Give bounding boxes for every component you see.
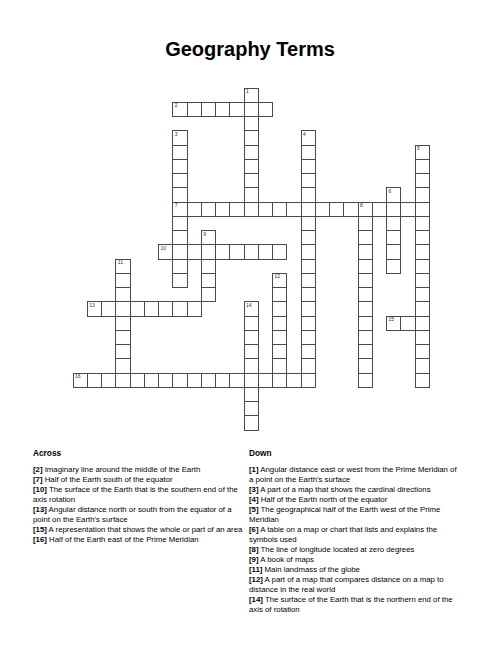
grid-cell-r15c6[interactable]	[158, 301, 173, 316]
grid-cell-r11c8[interactable]	[187, 244, 202, 259]
grid-cell-r11c24[interactable]	[415, 244, 430, 259]
grid-cell-r6c12[interactable]	[244, 173, 259, 188]
cell-number-3: 3	[175, 132, 178, 138]
grid-cell-r9c7[interactable]	[172, 216, 187, 231]
grid-cell-r20c3[interactable]	[115, 373, 130, 388]
grid-cell-r18c3[interactable]	[115, 344, 130, 359]
grid-cell-r9c24[interactable]	[415, 216, 430, 231]
grid-cell-r8c12[interactable]	[244, 202, 259, 217]
cell-number-2: 2	[175, 103, 178, 109]
clue-number: [5]	[249, 505, 259, 514]
grid-cell-r15c3[interactable]	[115, 301, 130, 316]
grid-cell-r3c12[interactable]	[244, 130, 259, 145]
grid-cell-r20c13[interactable]	[258, 373, 273, 388]
grid-cell-r11c16[interactable]	[301, 244, 316, 259]
grid-cell-r8c15[interactable]	[286, 202, 301, 217]
grid-cell-r12c7[interactable]	[172, 259, 187, 274]
grid-cell-r15c16[interactable]	[301, 301, 316, 316]
grid-cell-r6c7[interactable]	[172, 173, 187, 188]
cell-number-4: 4	[303, 132, 306, 138]
grid-cell-r23c12[interactable]	[244, 415, 259, 430]
grid-cell-r18c24[interactable]	[415, 344, 430, 359]
grid-cell-r8c22[interactable]	[386, 202, 401, 217]
clue-number: [6]	[249, 525, 259, 534]
clue-down-6: [6] A table on a map or chart that lists…	[249, 525, 481, 545]
grid-cell-r11c7[interactable]	[172, 244, 187, 259]
grid-cell-r5c12[interactable]	[244, 159, 259, 174]
crossword-page: Geography Terms 12345678910111213141516 …	[0, 0, 500, 647]
grid-cell-r17c14[interactable]	[272, 330, 287, 345]
grid-cell-r8c17[interactable]	[315, 202, 330, 217]
grid-cell-r15c12[interactable]: 14	[244, 301, 259, 316]
grid-cell-r19c20[interactable]	[358, 358, 373, 373]
cell-number-7: 7	[175, 203, 178, 209]
cell-number-16: 16	[75, 374, 81, 380]
grid-cell-r8c16[interactable]	[301, 202, 316, 217]
clue-across-7: [7] Half of the Earth south of the equat…	[33, 475, 249, 485]
grid-cell-r7c24[interactable]	[415, 187, 430, 202]
clue-down-14: [14] The surface of the Earth that is th…	[249, 595, 481, 615]
clue-down-5: [5] The geographical half of the Earth w…	[249, 505, 481, 525]
grid-cell-r8c10[interactable]	[215, 202, 230, 217]
grid-cell-r1c12[interactable]	[244, 102, 259, 117]
grid-cell-r1c10[interactable]	[215, 102, 230, 117]
grid-cell-r11c13[interactable]	[258, 244, 273, 259]
grid-cell-r13c14[interactable]: 12	[272, 273, 287, 288]
clue-number: [8]	[249, 545, 259, 554]
grid-cell-r12c3[interactable]: 11	[115, 259, 130, 274]
cell-number-11: 11	[118, 260, 123, 266]
grid-cell-r15c20[interactable]	[358, 301, 373, 316]
grid-cell-r5c24[interactable]	[415, 159, 430, 174]
grid-cell-r14c3[interactable]	[115, 287, 130, 302]
grid-cell-r9c16[interactable]	[301, 216, 316, 231]
grid-cell-r8c21[interactable]	[372, 202, 387, 217]
grid-cell-r10c24[interactable]	[415, 230, 430, 245]
grid-cell-r8c20[interactable]: 8	[358, 202, 373, 217]
grid-cell-r20c10[interactable]	[215, 373, 230, 388]
cell-number-6: 6	[389, 189, 392, 195]
crossword-grid: 12345678910111213141516	[73, 88, 431, 432]
grid-cell-r19c3[interactable]	[115, 358, 130, 373]
across-header: Across	[33, 448, 249, 458]
clue-number: [9]	[249, 555, 259, 564]
grid-cell-r20c14[interactable]	[272, 373, 287, 388]
grid-cell-r15c8[interactable]	[187, 301, 202, 316]
grid-cell-r18c20[interactable]	[358, 344, 373, 359]
grid-cell-r20c2[interactable]	[101, 373, 116, 388]
grid-cell-r8c24[interactable]	[415, 202, 430, 217]
grid-cell-r14c14[interactable]	[272, 287, 287, 302]
clue-down-11: [11] Main landmass of the globe	[249, 565, 481, 575]
cell-number-12: 12	[275, 274, 281, 280]
cell-number-5: 5	[417, 146, 420, 152]
grid-cell-r13c7[interactable]	[172, 273, 187, 288]
grid-cell-r17c3[interactable]	[115, 330, 130, 345]
grid-cell-r11c9[interactable]	[201, 244, 216, 259]
down-clues-section: Down [1] Angular distance east or west f…	[249, 448, 481, 615]
grid-cell-r15c5[interactable]	[144, 301, 159, 316]
grid-cell-r18c14[interactable]	[272, 344, 287, 359]
grid-cell-r7c22[interactable]: 6	[386, 187, 401, 202]
clue-down-4: [4] Half of the Earth north of the equat…	[249, 495, 481, 505]
grid-cell-r20c7[interactable]	[172, 373, 187, 388]
grid-cell-r9c20[interactable]	[358, 216, 373, 231]
grid-cell-r8c13[interactable]	[258, 202, 273, 217]
clue-number: [10]	[33, 485, 47, 494]
grid-cell-r18c12[interactable]	[244, 344, 259, 359]
grid-cell-r10c20[interactable]	[358, 230, 373, 245]
grid-cell-r17c20[interactable]	[358, 330, 373, 345]
grid-cell-r19c24[interactable]	[415, 358, 430, 373]
grid-cell-r17c16[interactable]	[301, 330, 316, 345]
grid-cell-r12c22[interactable]	[386, 259, 401, 274]
grid-cell-r4c16[interactable]	[301, 145, 316, 160]
grid-cell-r10c22[interactable]	[386, 230, 401, 245]
clue-number: [12]	[249, 575, 263, 584]
grid-cell-r6c16[interactable]	[301, 173, 316, 188]
clue-number: [4]	[249, 495, 259, 504]
cell-number-14: 14	[246, 303, 252, 309]
grid-cell-r20c16[interactable]	[301, 373, 316, 388]
grid-cell-r8c11[interactable]	[229, 202, 244, 217]
grid-cell-r19c16[interactable]	[301, 358, 316, 373]
grid-cell-r9c22[interactable]	[386, 216, 401, 231]
grid-cell-r8c9[interactable]	[201, 202, 216, 217]
grid-cell-r8c8[interactable]	[187, 202, 202, 217]
grid-cell-r8c19[interactable]	[343, 202, 358, 217]
grid-cell-r12c9[interactable]	[201, 259, 216, 274]
grid-cell-r11c22[interactable]	[386, 244, 401, 259]
grid-cell-r13c24[interactable]	[415, 273, 430, 288]
clue-down-9: [9] A book of maps	[249, 555, 481, 565]
grid-cell-r13c3[interactable]	[115, 273, 130, 288]
grid-cell-r12c20[interactable]	[358, 259, 373, 274]
grid-cell-r1c7[interactable]: 2	[172, 102, 187, 117]
cell-number-10: 10	[161, 246, 167, 252]
grid-cell-r1c11[interactable]	[229, 102, 244, 117]
cell-number-8: 8	[360, 203, 363, 209]
cell-number-9: 9	[203, 232, 206, 238]
grid-cell-r14c24[interactable]	[415, 287, 430, 302]
grid-cell-r20c1[interactable]	[87, 373, 102, 388]
page-title: Geography Terms	[0, 38, 500, 60]
clue-number: [16]	[33, 535, 47, 544]
grid-cell-r16c3[interactable]	[115, 316, 130, 331]
clue-across-16: [16] Half of the Earth east of the Prime…	[33, 535, 249, 545]
grid-cell-r11c14[interactable]	[272, 244, 287, 259]
grid-cell-r11c10[interactable]	[215, 244, 230, 259]
grid-cell-r15c1[interactable]: 13	[87, 301, 102, 316]
grid-cell-r4c7[interactable]	[172, 145, 187, 160]
grid-cell-r8c23[interactable]	[400, 202, 415, 217]
grid-cell-r15c14[interactable]	[272, 301, 287, 316]
clue-number: [13]	[33, 505, 47, 514]
grid-cell-r20c24[interactable]	[415, 373, 430, 388]
grid-cell-r15c24[interactable]	[415, 301, 430, 316]
grid-cell-r19c14[interactable]	[272, 358, 287, 373]
clue-down-12: [12] A part of a map that compares dista…	[249, 575, 481, 595]
grid-cell-r20c12[interactable]	[244, 373, 259, 388]
grid-cell-r15c7[interactable]	[172, 301, 187, 316]
grid-cell-r16c22[interactable]: 15	[386, 316, 401, 331]
down-header: Down	[249, 448, 481, 458]
across-clues-section: Across [2] Imaginary line around the mid…	[33, 448, 249, 545]
cell-number-1: 1	[246, 89, 249, 95]
grid-cell-r8c14[interactable]	[272, 202, 287, 217]
grid-cell-r10c16[interactable]	[301, 230, 316, 245]
grid-cell-r12c16[interactable]	[301, 259, 316, 274]
grid-cell-r16c16[interactable]	[301, 316, 316, 331]
grid-cell-r16c12[interactable]	[244, 316, 259, 331]
cell-number-15: 15	[389, 317, 395, 323]
grid-cell-r20c5[interactable]	[144, 373, 159, 388]
grid-cell-r16c20[interactable]	[358, 316, 373, 331]
grid-cell-r20c20[interactable]	[358, 373, 373, 388]
grid-cell-r5c7[interactable]	[172, 159, 187, 174]
grid-cell-r20c0[interactable]: 16	[73, 373, 88, 388]
clue-number: [14]	[249, 595, 263, 604]
grid-cell-r12c24[interactable]	[415, 259, 430, 274]
grid-cell-r13c20[interactable]	[358, 273, 373, 288]
grid-cell-r22c12[interactable]	[244, 401, 259, 416]
grid-cell-r14c16[interactable]	[301, 287, 316, 302]
grid-cell-r4c24[interactable]: 5	[415, 145, 430, 160]
clue-number: [15]	[33, 525, 47, 534]
grid-cell-r7c16[interactable]	[301, 187, 316, 202]
clue-across-13: [13] Angular distance north or south fro…	[33, 505, 249, 525]
grid-cell-r20c8[interactable]	[187, 373, 202, 388]
across-clues-list: [2] Imaginary line around the middle of …	[33, 465, 249, 545]
clue-down-1: [1] Angular distance east or west from t…	[249, 465, 481, 485]
grid-cell-r8c7[interactable]: 7	[172, 202, 187, 217]
grid-cell-r5c16[interactable]	[301, 159, 316, 174]
grid-cell-r11c20[interactable]	[358, 244, 373, 259]
grid-cell-r15c2[interactable]	[101, 301, 116, 316]
grid-cell-r13c9[interactable]	[201, 273, 216, 288]
grid-cell-r11c12[interactable]	[244, 244, 259, 259]
clue-number: [7]	[33, 475, 43, 484]
clue-across-10: [10] The surface of the Earth that is th…	[33, 485, 249, 505]
grid-cell-r0c12[interactable]: 1	[244, 88, 259, 103]
grid-cell-r3c16[interactable]: 4	[301, 130, 316, 145]
grid-cell-r1c8[interactable]	[187, 102, 202, 117]
grid-cell-r2c12[interactable]	[244, 116, 259, 131]
clue-number: [3]	[249, 485, 259, 494]
grid-cell-r14c20[interactable]	[358, 287, 373, 302]
grid-cell-r20c15[interactable]	[286, 373, 301, 388]
grid-cell-r20c11[interactable]	[229, 373, 244, 388]
clue-number: [11]	[249, 565, 262, 574]
grid-cell-r16c23[interactable]	[400, 316, 415, 331]
grid-cell-r15c4[interactable]	[130, 301, 145, 316]
clue-down-8: [8] The line of longitude located at zer…	[249, 545, 481, 555]
grid-cell-r19c12[interactable]	[244, 358, 259, 373]
grid-cell-r16c24[interactable]	[415, 316, 430, 331]
grid-cell-r16c14[interactable]	[272, 316, 287, 331]
grid-cell-r20c9[interactable]	[201, 373, 216, 388]
grid-cell-r10c9[interactable]: 9	[201, 230, 216, 245]
grid-cell-r20c6[interactable]	[158, 373, 173, 388]
grid-cell-r7c7[interactable]	[172, 187, 187, 202]
grid-cell-r1c13[interactable]	[258, 102, 273, 117]
clue-number: [1]	[249, 465, 259, 474]
clue-across-2: [2] Imaginary line around the middle of …	[33, 465, 249, 475]
grid-cell-r11c6[interactable]: 10	[158, 244, 173, 259]
grid-cell-r8c18[interactable]	[329, 202, 344, 217]
grid-cell-r18c16[interactable]	[301, 344, 316, 359]
grid-cell-r11c11[interactable]	[229, 244, 244, 259]
cell-number-13: 13	[89, 303, 95, 309]
grid-cell-r10c7[interactable]	[172, 230, 187, 245]
grid-cell-r20c4[interactable]	[130, 373, 145, 388]
grid-cell-r21c12[interactable]	[244, 387, 259, 402]
grid-cell-r3c7[interactable]: 3	[172, 130, 187, 145]
grid-cell-r4c12[interactable]	[244, 145, 259, 160]
grid-cell-r6c24[interactable]	[415, 173, 430, 188]
grid-cell-r1c9[interactable]	[201, 102, 216, 117]
grid-cell-r17c24[interactable]	[415, 330, 430, 345]
grid-cell-r7c12[interactable]	[244, 187, 259, 202]
grid-cell-r17c12[interactable]	[244, 330, 259, 345]
grid-cell-r14c9[interactable]	[201, 287, 216, 302]
grid-cell-r13c16[interactable]	[301, 273, 316, 288]
clue-down-3: [3] A part of a map that shows the cardi…	[249, 485, 481, 495]
clue-across-15: [15] A representation that shows the who…	[33, 525, 249, 535]
clue-number: [2]	[33, 465, 43, 474]
down-clues-list: [1] Angular distance east or west from t…	[249, 465, 481, 615]
